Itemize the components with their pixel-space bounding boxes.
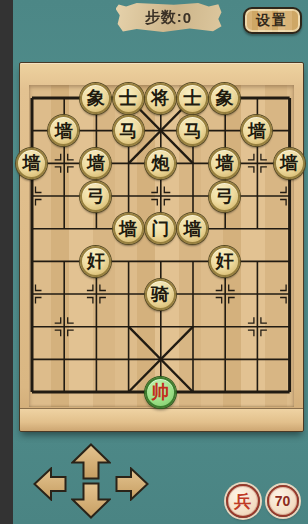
piece-rider: 骑 <box>145 279 176 310</box>
piece-advisor: 士 <box>177 83 208 114</box>
piece-traitor: 奸 <box>209 246 240 277</box>
game-screen: 步数:0 设置 象士将士象墙马马墙墙墙炮墙墙弓弓墙门墙奸奸骑帅 兵 70 <box>13 0 308 524</box>
piece-advisor: 士 <box>113 83 144 114</box>
move-right-button[interactable] <box>115 467 149 501</box>
piece-gate: 门 <box>145 213 176 244</box>
board-front-edge <box>20 408 303 431</box>
piece-horse: 马 <box>177 115 208 146</box>
piece-bow: 弓 <box>209 181 240 212</box>
piece-elephant: 象 <box>80 83 111 114</box>
counter-badge-value: 70 <box>275 493 291 509</box>
piece-wall: 墙 <box>113 213 144 244</box>
arrow-up-icon <box>72 445 109 479</box>
arrow-left-icon <box>34 469 65 500</box>
steps-counter: 步数:0 <box>116 3 222 32</box>
counter-badge[interactable]: 70 <box>267 485 299 517</box>
pawn-badge[interactable]: 兵 <box>226 484 260 518</box>
piece-wall: 墙 <box>177 213 208 244</box>
piece-wall: 墙 <box>16 148 47 179</box>
piece-marshal[interactable]: 帅 <box>145 377 176 408</box>
move-down-button[interactable] <box>71 482 111 519</box>
steps-value: 0 <box>183 9 192 26</box>
arrow-down-icon <box>72 484 109 518</box>
piece-wall: 墙 <box>80 148 111 179</box>
settings-button[interactable]: 设置 <box>243 7 302 34</box>
piece-bow: 弓 <box>80 181 111 212</box>
move-up-button[interactable] <box>71 443 111 480</box>
piece-elephant: 象 <box>209 83 240 114</box>
piece-wall: 墙 <box>274 148 305 179</box>
arrow-right-icon <box>116 469 147 500</box>
pawn-badge-label: 兵 <box>234 490 251 513</box>
piece-cannon: 炮 <box>145 148 176 179</box>
piece-horse: 马 <box>113 115 144 146</box>
steps-label: 步数: <box>145 8 183 27</box>
piece-wall: 墙 <box>209 148 240 179</box>
move-left-button[interactable] <box>33 467 67 501</box>
piece-general: 将 <box>145 83 176 114</box>
